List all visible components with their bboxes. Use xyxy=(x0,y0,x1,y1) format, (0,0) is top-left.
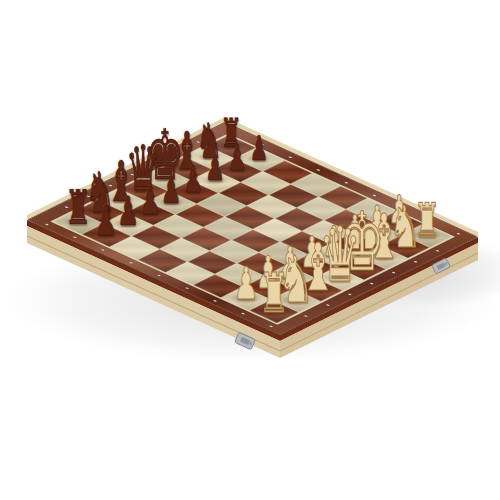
border-stud xyxy=(241,312,246,314)
border-stud xyxy=(348,293,353,295)
border-stud xyxy=(45,223,50,225)
product-photo-scene: ♜♞♝♛♚♝♞♜♟♟♟♟♟♟♟♟♟♟♟♟♟♟♟♟♜♞♝♛♚♝♞♜ xyxy=(0,0,500,500)
border-stud xyxy=(65,206,70,208)
border-stud xyxy=(400,207,405,209)
border-stud xyxy=(174,152,179,154)
border-stud xyxy=(414,261,419,263)
border-stud xyxy=(232,131,237,133)
border-stud xyxy=(157,274,162,276)
border-stud xyxy=(108,184,113,186)
border-stud xyxy=(288,156,293,158)
border-stud xyxy=(86,195,91,197)
border-stud xyxy=(152,163,157,165)
border-stud xyxy=(436,250,441,252)
border-stud xyxy=(101,249,106,251)
border-stud xyxy=(392,271,397,273)
border-stud xyxy=(196,141,201,143)
border-stud xyxy=(428,220,433,222)
border-stud xyxy=(344,182,349,184)
border-stud xyxy=(370,282,375,284)
border-stud xyxy=(213,300,218,302)
border-stud xyxy=(326,304,331,306)
border-stud xyxy=(372,194,377,196)
border-stud xyxy=(456,233,461,235)
border-stud xyxy=(269,325,274,327)
border-stud xyxy=(73,236,78,238)
border-stud xyxy=(316,169,321,171)
border-stud xyxy=(185,287,190,289)
border-stud xyxy=(304,315,309,317)
border-stud xyxy=(129,262,134,264)
border-stud xyxy=(130,173,135,175)
border-stud xyxy=(260,143,265,145)
